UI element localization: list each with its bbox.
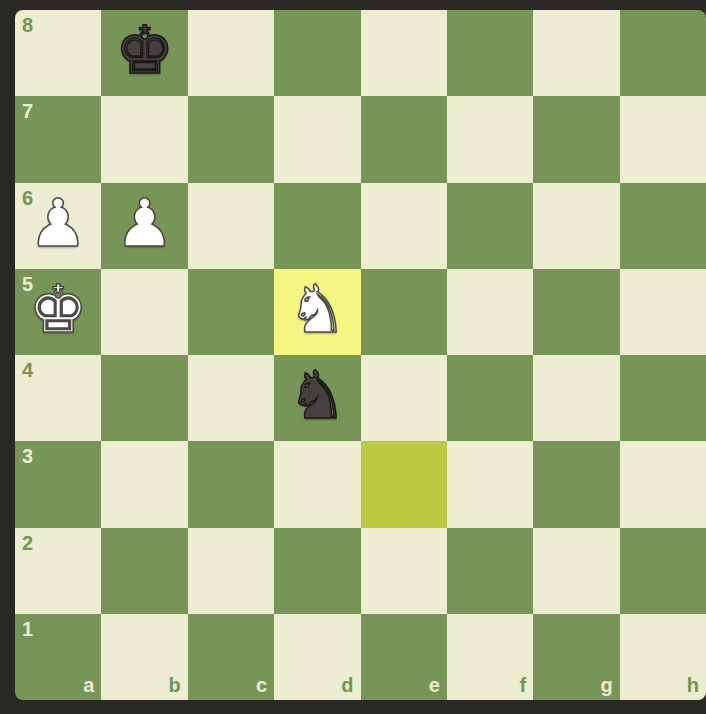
square-h1[interactable]: h <box>620 614 706 700</box>
file-label-e: e <box>429 675 440 695</box>
square-h7[interactable] <box>620 96 706 182</box>
square-c5[interactable] <box>188 269 274 355</box>
square-f4[interactable] <box>447 355 533 441</box>
square-h2[interactable] <box>620 528 706 614</box>
square-b8[interactable]: ♚ <box>101 10 187 96</box>
square-c8[interactable] <box>188 10 274 96</box>
square-a7[interactable]: 7 <box>15 96 101 182</box>
file-label-h: h <box>687 675 699 695</box>
square-a1[interactable]: 1a <box>15 614 101 700</box>
square-a6[interactable]: 6♟ <box>15 183 101 269</box>
square-b6[interactable]: ♟ <box>101 183 187 269</box>
file-label-d: d <box>341 675 353 695</box>
square-b5[interactable] <box>101 269 187 355</box>
board-background: 8♚76♟♟5♚♞4♞321abcdefgh <box>0 0 706 714</box>
square-e1[interactable]: e <box>361 614 447 700</box>
black-knight[interactable]: ♞ <box>274 355 360 441</box>
square-a3[interactable]: 3 <box>15 441 101 527</box>
square-c4[interactable] <box>188 355 274 441</box>
square-h4[interactable] <box>620 355 706 441</box>
file-label-b: b <box>169 675 181 695</box>
square-c1[interactable]: c <box>188 614 274 700</box>
square-g2[interactable] <box>533 528 619 614</box>
rank-label-8: 8 <box>22 15 33 35</box>
square-g8[interactable] <box>533 10 619 96</box>
rank-label-2: 2 <box>22 533 33 553</box>
square-c3[interactable] <box>188 441 274 527</box>
square-f3[interactable] <box>447 441 533 527</box>
rank-label-7: 7 <box>22 101 33 121</box>
square-d8[interactable] <box>274 10 360 96</box>
square-d7[interactable] <box>274 96 360 182</box>
square-b1[interactable]: b <box>101 614 187 700</box>
rank-label-4: 4 <box>22 360 33 380</box>
square-h6[interactable] <box>620 183 706 269</box>
square-f5[interactable] <box>447 269 533 355</box>
square-f8[interactable] <box>447 10 533 96</box>
chess-board: 8♚76♟♟5♚♞4♞321abcdefgh <box>15 10 706 700</box>
square-f6[interactable] <box>447 183 533 269</box>
square-g1[interactable]: g <box>533 614 619 700</box>
square-a2[interactable]: 2 <box>15 528 101 614</box>
file-label-a: a <box>83 675 94 695</box>
square-d2[interactable] <box>274 528 360 614</box>
white-king[interactable]: ♚ <box>15 269 101 355</box>
square-b4[interactable] <box>101 355 187 441</box>
square-h5[interactable] <box>620 269 706 355</box>
square-f1[interactable]: f <box>447 614 533 700</box>
square-g4[interactable] <box>533 355 619 441</box>
square-g5[interactable] <box>533 269 619 355</box>
square-c6[interactable] <box>188 183 274 269</box>
square-e2[interactable] <box>361 528 447 614</box>
square-a4[interactable]: 4 <box>15 355 101 441</box>
file-label-c: c <box>256 675 267 695</box>
square-e8[interactable] <box>361 10 447 96</box>
square-a8[interactable]: 8 <box>15 10 101 96</box>
square-e4[interactable] <box>361 355 447 441</box>
square-f7[interactable] <box>447 96 533 182</box>
white-knight[interactable]: ♞ <box>274 269 360 355</box>
square-g3[interactable] <box>533 441 619 527</box>
square-e6[interactable] <box>361 183 447 269</box>
file-label-f: f <box>520 675 527 695</box>
square-d5[interactable]: ♞ <box>274 269 360 355</box>
square-e3[interactable] <box>361 441 447 527</box>
square-c2[interactable] <box>188 528 274 614</box>
square-c7[interactable] <box>188 96 274 182</box>
square-g6[interactable] <box>533 183 619 269</box>
rank-label-1: 1 <box>22 619 33 639</box>
square-g7[interactable] <box>533 96 619 182</box>
square-f2[interactable] <box>447 528 533 614</box>
square-d4[interactable]: ♞ <box>274 355 360 441</box>
square-b2[interactable] <box>101 528 187 614</box>
square-e7[interactable] <box>361 96 447 182</box>
square-b7[interactable] <box>101 96 187 182</box>
square-e5[interactable] <box>361 269 447 355</box>
square-d1[interactable]: d <box>274 614 360 700</box>
black-king[interactable]: ♚ <box>101 10 187 96</box>
square-h8[interactable] <box>620 10 706 96</box>
square-h3[interactable] <box>620 441 706 527</box>
square-a5[interactable]: 5♚ <box>15 269 101 355</box>
white-pawn[interactable]: ♟ <box>101 183 187 269</box>
rank-label-3: 3 <box>22 446 33 466</box>
square-b3[interactable] <box>101 441 187 527</box>
white-pawn[interactable]: ♟ <box>15 183 101 269</box>
square-d6[interactable] <box>274 183 360 269</box>
file-label-g: g <box>600 675 612 695</box>
square-d3[interactable] <box>274 441 360 527</box>
